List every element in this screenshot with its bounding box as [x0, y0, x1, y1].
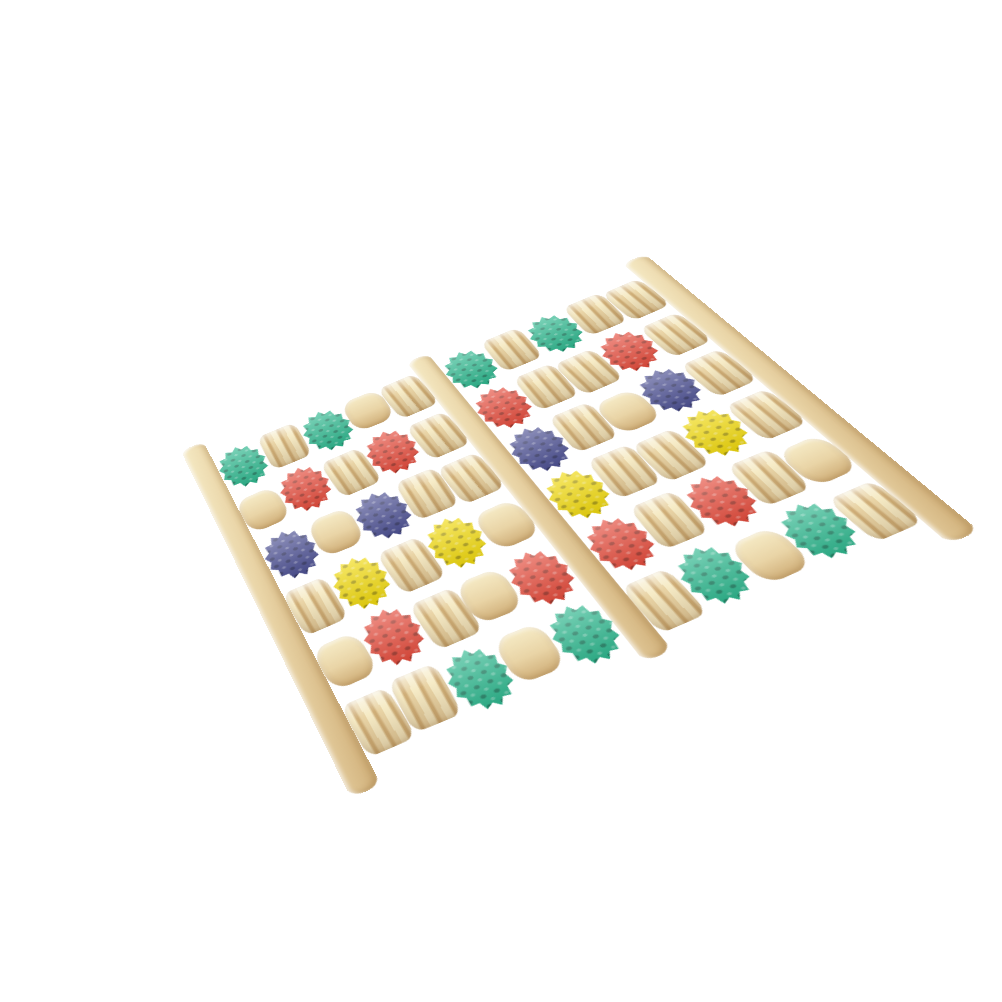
roller-wood-plain [306, 507, 366, 558]
product-photo-stage [0, 0, 1002, 1002]
massager-board [186, 263, 960, 778]
